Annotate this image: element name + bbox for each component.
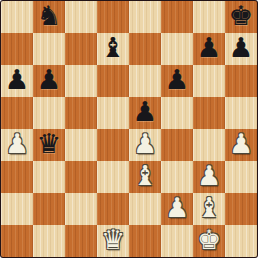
square-h7[interactable]: ♟	[225, 33, 257, 65]
square-a3[interactable]	[1, 161, 33, 193]
square-b5[interactable]	[33, 97, 65, 129]
black-pawn-e5[interactable]: ♟	[129, 96, 161, 128]
square-a1[interactable]	[1, 225, 33, 257]
square-c7[interactable]	[65, 33, 97, 65]
white-pawn-e4[interactable]: ♟	[129, 128, 161, 160]
square-c2[interactable]	[65, 193, 97, 225]
black-pawn-a6[interactable]: ♟	[1, 64, 33, 96]
square-g1[interactable]: ♚	[193, 225, 225, 257]
square-h4[interactable]: ♟	[225, 129, 257, 161]
white-king-g1[interactable]: ♚	[193, 224, 225, 256]
square-f2[interactable]: ♟	[161, 193, 193, 225]
square-a2[interactable]	[1, 193, 33, 225]
square-d3[interactable]	[97, 161, 129, 193]
black-pawn-f6[interactable]: ♟	[161, 64, 193, 96]
square-d7[interactable]: ♝	[97, 33, 129, 65]
square-f8[interactable]	[161, 1, 193, 33]
square-e1[interactable]	[129, 225, 161, 257]
square-d8[interactable]	[97, 1, 129, 33]
square-h6[interactable]	[225, 65, 257, 97]
square-h5[interactable]	[225, 97, 257, 129]
black-pawn-h7[interactable]: ♟	[225, 32, 257, 64]
square-b6[interactable]: ♟	[33, 65, 65, 97]
black-pawn-g7[interactable]: ♟	[193, 32, 225, 64]
square-d6[interactable]	[97, 65, 129, 97]
square-e3[interactable]: ♝	[129, 161, 161, 193]
white-pawn-f2[interactable]: ♟	[161, 192, 193, 224]
square-f4[interactable]	[161, 129, 193, 161]
black-queen-b4[interactable]: ♛	[33, 128, 65, 160]
square-d5[interactable]	[97, 97, 129, 129]
square-c3[interactable]	[65, 161, 97, 193]
square-a5[interactable]	[1, 97, 33, 129]
square-b4[interactable]: ♛	[33, 129, 65, 161]
square-a4[interactable]: ♟	[1, 129, 33, 161]
square-a6[interactable]: ♟	[1, 65, 33, 97]
black-king-h8[interactable]: ♚	[225, 1, 257, 32]
square-g4[interactable]	[193, 129, 225, 161]
square-f7[interactable]	[161, 33, 193, 65]
black-knight-b8[interactable]: ♞	[33, 1, 65, 32]
square-e2[interactable]	[129, 193, 161, 225]
square-g6[interactable]	[193, 65, 225, 97]
white-pawn-g3[interactable]: ♟	[193, 160, 225, 192]
black-bishop-d7[interactable]: ♝	[97, 32, 129, 64]
black-pawn-b6[interactable]: ♟	[33, 64, 65, 96]
chess-board-frame: ♞♚♝♟♟♟♟♟♟♟♛♟♟♝♟♟♝♛♚	[0, 0, 258, 258]
square-h1[interactable]	[225, 225, 257, 257]
square-b1[interactable]	[33, 225, 65, 257]
square-d4[interactable]	[97, 129, 129, 161]
square-e6[interactable]	[129, 65, 161, 97]
square-h3[interactable]	[225, 161, 257, 193]
square-e4[interactable]: ♟	[129, 129, 161, 161]
square-c8[interactable]	[65, 1, 97, 33]
white-bishop-e3[interactable]: ♝	[129, 160, 161, 192]
white-pawn-h4[interactable]: ♟	[225, 128, 257, 160]
square-a7[interactable]	[1, 33, 33, 65]
square-e7[interactable]	[129, 33, 161, 65]
square-g8[interactable]	[193, 1, 225, 33]
square-b8[interactable]: ♞	[33, 1, 65, 33]
square-g5[interactable]	[193, 97, 225, 129]
white-bishop-g2[interactable]: ♝	[193, 192, 225, 224]
square-b3[interactable]	[33, 161, 65, 193]
square-g7[interactable]: ♟	[193, 33, 225, 65]
square-g3[interactable]: ♟	[193, 161, 225, 193]
square-f6[interactable]: ♟	[161, 65, 193, 97]
square-f5[interactable]	[161, 97, 193, 129]
square-f1[interactable]	[161, 225, 193, 257]
square-b2[interactable]	[33, 193, 65, 225]
square-d2[interactable]	[97, 193, 129, 225]
square-c6[interactable]	[65, 65, 97, 97]
square-f3[interactable]	[161, 161, 193, 193]
square-b7[interactable]	[33, 33, 65, 65]
square-e5[interactable]: ♟	[129, 97, 161, 129]
square-d1[interactable]: ♛	[97, 225, 129, 257]
white-queen-d1[interactable]: ♛	[97, 224, 129, 256]
square-g2[interactable]: ♝	[193, 193, 225, 225]
white-pawn-a4[interactable]: ♟	[1, 128, 33, 160]
square-c5[interactable]	[65, 97, 97, 129]
square-h8[interactable]: ♚	[225, 1, 257, 33]
chess-board: ♞♚♝♟♟♟♟♟♟♟♛♟♟♝♟♟♝♛♚	[1, 1, 257, 257]
square-h2[interactable]	[225, 193, 257, 225]
square-c1[interactable]	[65, 225, 97, 257]
square-c4[interactable]	[65, 129, 97, 161]
square-a8[interactable]	[1, 1, 33, 33]
square-e8[interactable]	[129, 1, 161, 33]
